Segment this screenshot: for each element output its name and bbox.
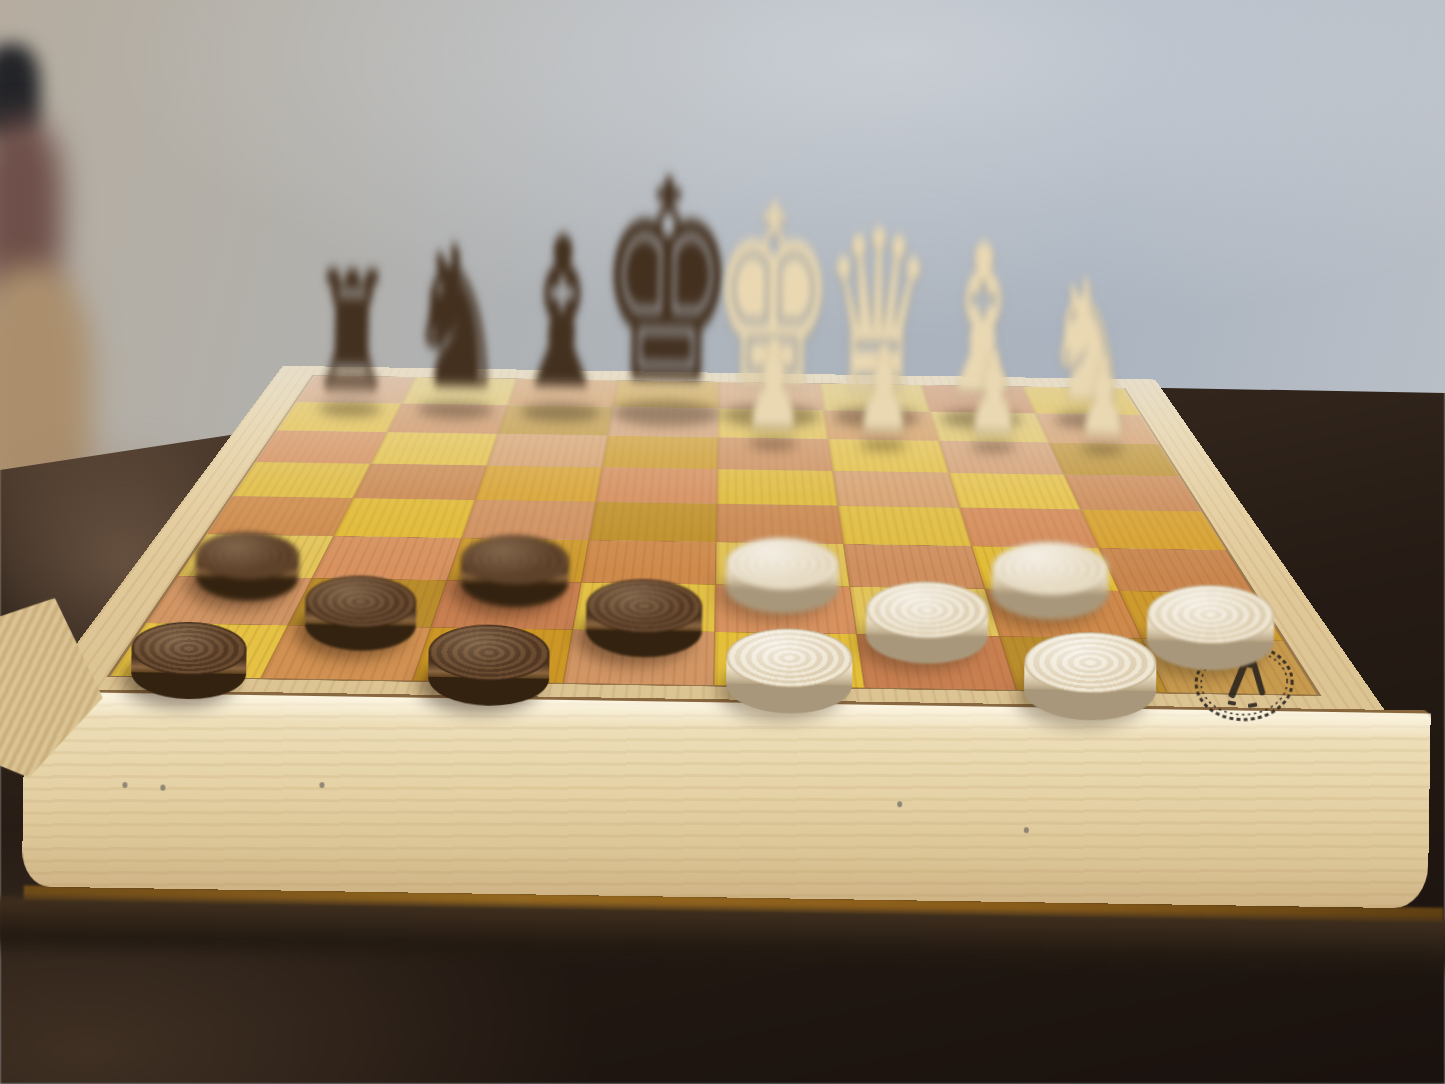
square-d4[interactable] (589, 502, 717, 542)
chess-piece-light-pawn-f7[interactable]: ♟ (853, 330, 914, 450)
square-a4[interactable] (206, 496, 353, 536)
square-a5[interactable] (232, 462, 371, 498)
square-a6[interactable] (256, 431, 388, 464)
wood-speck (1024, 827, 1029, 833)
checker-light-f2[interactable] (865, 581, 988, 665)
wood-speck (122, 782, 127, 788)
chess-piece-dark-rook-a8[interactable]: ♜ (310, 250, 393, 413)
square-c6[interactable] (486, 434, 607, 467)
board-tilt-group: ♜♞♝♚♚♛♝♞♟♟♟♟ (0, 0, 1445, 1084)
checker-light-h2[interactable] (1146, 584, 1274, 671)
checker-light-g1[interactable] (1024, 631, 1157, 721)
checker-dark-a3[interactable] (195, 531, 299, 602)
wood-speck (897, 801, 902, 807)
checker-dark-d2[interactable] (585, 578, 702, 658)
square-f5[interactable] (833, 471, 959, 508)
checker-light-g3[interactable] (991, 541, 1109, 621)
checker-dark-a1[interactable] (131, 621, 247, 700)
checker-light-e3[interactable] (725, 536, 839, 614)
wood-speck (160, 785, 165, 791)
checker-light-e1[interactable] (726, 627, 853, 714)
square-c5[interactable] (475, 465, 602, 501)
checker-dark-b2[interactable] (305, 575, 417, 652)
square-e5[interactable] (717, 469, 838, 506)
square-g5[interactable] (948, 473, 1080, 510)
checker-dark-c3[interactable] (460, 534, 569, 608)
wood-speck (319, 782, 324, 788)
square-d5[interactable] (596, 467, 718, 504)
square-h5[interactable] (1064, 475, 1202, 512)
square-b5[interactable] (353, 464, 486, 500)
checker-dark-c1[interactable] (428, 624, 550, 707)
chess-piece-dark-knight-b8[interactable]: ♞ (407, 220, 507, 416)
square-b4[interactable] (334, 498, 475, 538)
chess-piece-light-pawn-e7[interactable]: ♟ (742, 323, 806, 448)
photo-scene: ♜♞♝♚♚♛♝♞♟♟♟♟ (0, 0, 1445, 1084)
square-b6[interactable] (371, 432, 497, 465)
square-b3[interactable] (312, 536, 461, 580)
square-f4[interactable] (838, 506, 971, 546)
chess-piece-light-pawn-g7[interactable]: ♟ (965, 337, 1023, 451)
chess-piece-light-pawn-h7[interactable]: ♟ (1076, 344, 1131, 453)
